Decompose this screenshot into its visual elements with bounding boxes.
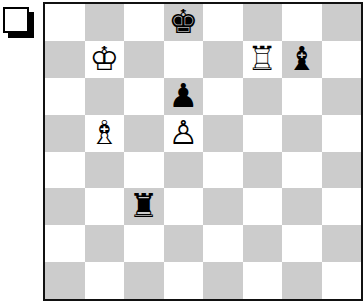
black-pawn-d6[interactable]: ♟ [168, 79, 198, 112]
square-c4[interactable] [124, 152, 164, 189]
square-e8[interactable] [203, 4, 243, 41]
square-b7[interactable]: ♔ [85, 41, 125, 78]
square-b1[interactable] [85, 262, 125, 299]
square-g5[interactable] [282, 115, 322, 152]
square-a8[interactable] [45, 4, 85, 41]
square-d2[interactable] [164, 225, 204, 262]
white-pawn-d5[interactable]: ♙ [168, 116, 198, 149]
square-f7[interactable]: ♖ [243, 41, 283, 78]
square-e4[interactable] [203, 152, 243, 189]
white-king-b7[interactable]: ♔ [89, 42, 119, 75]
square-d6[interactable]: ♟ [164, 78, 204, 115]
square-b2[interactable] [85, 225, 125, 262]
square-a6[interactable] [45, 78, 85, 115]
square-g6[interactable] [282, 78, 322, 115]
square-g2[interactable] [282, 225, 322, 262]
square-g1[interactable] [282, 262, 322, 299]
square-f3[interactable] [243, 188, 283, 225]
square-d1[interactable] [164, 262, 204, 299]
square-a3[interactable] [45, 188, 85, 225]
square-g8[interactable] [282, 4, 322, 41]
square-g3[interactable] [282, 188, 322, 225]
square-h5[interactable] [322, 115, 362, 152]
square-e1[interactable] [203, 262, 243, 299]
square-e6[interactable] [203, 78, 243, 115]
square-f2[interactable] [243, 225, 283, 262]
square-b5[interactable]: ♗ [85, 115, 125, 152]
square-c8[interactable] [124, 4, 164, 41]
square-b8[interactable] [85, 4, 125, 41]
square-a5[interactable] [45, 115, 85, 152]
square-f6[interactable] [243, 78, 283, 115]
square-h7[interactable] [322, 41, 362, 78]
square-c6[interactable] [124, 78, 164, 115]
square-a4[interactable] [45, 152, 85, 189]
square-g7[interactable]: ♝ [282, 41, 322, 78]
square-a7[interactable] [45, 41, 85, 78]
square-d8[interactable]: ♚ [164, 4, 204, 41]
square-g4[interactable] [282, 152, 322, 189]
square-e7[interactable] [203, 41, 243, 78]
square-b3[interactable] [85, 188, 125, 225]
chess-puzzle-diagram: ♚♔♖♝♟♗♙♜ [0, 0, 364, 302]
square-d7[interactable] [164, 41, 204, 78]
black-bishop-g7[interactable]: ♝ [287, 42, 317, 75]
square-h6[interactable] [322, 78, 362, 115]
square-e2[interactable] [203, 225, 243, 262]
square-f5[interactable] [243, 115, 283, 152]
black-king-d8[interactable]: ♚ [168, 5, 198, 38]
square-a2[interactable] [45, 225, 85, 262]
square-h2[interactable] [322, 225, 362, 262]
square-c2[interactable] [124, 225, 164, 262]
square-d3[interactable] [164, 188, 204, 225]
square-c1[interactable] [124, 262, 164, 299]
square-e3[interactable] [203, 188, 243, 225]
white-rook-f7[interactable]: ♖ [247, 42, 277, 75]
square-a1[interactable] [45, 262, 85, 299]
black-rook-c3[interactable]: ♜ [129, 189, 159, 222]
square-f8[interactable] [243, 4, 283, 41]
square-c7[interactable] [124, 41, 164, 78]
square-h1[interactable] [322, 262, 362, 299]
square-f4[interactable] [243, 152, 283, 189]
square-d5[interactable]: ♙ [164, 115, 204, 152]
square-f1[interactable] [243, 262, 283, 299]
square-e5[interactable] [203, 115, 243, 152]
chess-board: ♚♔♖♝♟♗♙♜ [43, 2, 363, 301]
square-d4[interactable] [164, 152, 204, 189]
square-b4[interactable] [85, 152, 125, 189]
square-h3[interactable] [322, 188, 362, 225]
square-h8[interactable] [322, 4, 362, 41]
square-c3[interactable]: ♜ [124, 188, 164, 225]
square-b6[interactable] [85, 78, 125, 115]
square-c5[interactable] [124, 115, 164, 152]
white-bishop-b5[interactable]: ♗ [89, 116, 119, 149]
square-h4[interactable] [322, 152, 362, 189]
white-to-move-indicator [3, 7, 29, 33]
